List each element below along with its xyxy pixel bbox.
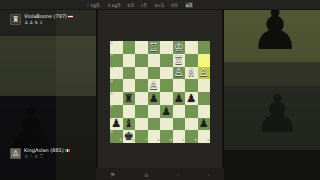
square[interactable]: ♙ [198, 67, 211, 80]
square[interactable]: c [173, 130, 186, 143]
rank-label: 8 [111, 131, 113, 135]
square[interactable] [185, 79, 198, 92]
white-piece: ♙ [149, 80, 159, 91]
black-piece: ♟ [149, 93, 159, 104]
square[interactable]: ♟ [173, 92, 186, 105]
square[interactable]: d [160, 130, 173, 143]
square[interactable] [135, 79, 148, 92]
square[interactable]: 8h [110, 130, 123, 143]
square[interactable] [135, 118, 148, 131]
square[interactable] [148, 67, 161, 80]
square[interactable]: ♟ [148, 92, 161, 105]
square[interactable]: ♟7 [110, 118, 123, 131]
move-token[interactable]: ♘xg5 [86, 2, 100, 8]
square[interactable] [135, 92, 148, 105]
background-square [56, 36, 96, 96]
white-piece: ♙ [174, 67, 184, 78]
square[interactable] [135, 67, 148, 80]
black-piece: ♜ [124, 93, 134, 104]
square[interactable] [148, 105, 161, 118]
toolbar-icon[interactable]: ⚑ [110, 171, 115, 178]
square[interactable] [185, 41, 198, 54]
square[interactable]: ♟ [198, 118, 211, 131]
square[interactable] [160, 118, 173, 131]
square[interactable]: ♔ [173, 41, 186, 54]
square[interactable] [135, 54, 148, 67]
move-token[interactable]: b3 [128, 2, 134, 8]
toolbar-icon[interactable]: › [207, 171, 209, 178]
background-square [224, 62, 320, 86]
square[interactable]: a [198, 130, 211, 143]
square[interactable]: 3 [110, 67, 123, 80]
square[interactable]: ♜ [123, 92, 136, 105]
left-seam-divider [96, 0, 98, 180]
square[interactable]: ♖ [173, 54, 186, 67]
toolbar-icon[interactable]: ≡ [144, 171, 149, 178]
square[interactable] [135, 41, 148, 54]
screenshot-stage: ♟ ♟♟ ♘xg5♗xg5b3c5♕c1b5a3 ♜ ViolaBoone (7… [0, 0, 320, 180]
square[interactable]: 1 [110, 41, 123, 54]
rank-label: 3 [111, 67, 113, 71]
square[interactable]: 5 [110, 92, 123, 105]
black-piece: ♟ [161, 106, 171, 117]
square[interactable] [148, 54, 161, 67]
rank-label: 5 [111, 93, 113, 97]
move-token[interactable]: ♗xg5 [107, 2, 121, 8]
toolbar-icon[interactable]: ‹ [177, 171, 179, 178]
background-square [56, 96, 96, 180]
right-seam-divider [222, 0, 224, 180]
background-pawn-icon: ♟ [250, 2, 300, 58]
white-piece: ♖ [174, 55, 184, 66]
square[interactable]: 6 [110, 105, 123, 118]
square[interactable]: ♙ [148, 79, 161, 92]
square[interactable]: ♙ [173, 67, 186, 80]
black-piece: ♟ [174, 93, 184, 104]
rank-label: 1 [111, 42, 113, 46]
square[interactable] [173, 105, 186, 118]
game-controls-toolbar: ⚑≡‹› [96, 168, 224, 180]
square[interactable]: ♝ [123, 118, 136, 131]
square[interactable] [173, 118, 186, 131]
white-piece: ♔ [174, 42, 184, 53]
square[interactable]: 4 [110, 79, 123, 92]
chess-board[interactable]: 1♖♔2♖3♙♗♙4♙5♜♟♟♟6♟♟7♝♟8h♚gfedcba [110, 41, 210, 143]
square[interactable] [185, 105, 198, 118]
black-piece: ♟ [111, 118, 121, 129]
square[interactable]: 2 [110, 54, 123, 67]
square[interactable] [123, 41, 136, 54]
move-list-strip: ♘xg5♗xg5b3c5♕c1b5a3 [0, 0, 320, 10]
rank-label: 6 [111, 105, 113, 109]
black-piece: ♟ [199, 118, 209, 129]
square[interactable] [185, 54, 198, 67]
move-token[interactable]: c5 [141, 2, 147, 8]
square[interactable] [123, 54, 136, 67]
square[interactable] [198, 41, 211, 54]
square[interactable] [185, 118, 198, 131]
square[interactable]: b [185, 130, 198, 143]
rank-label: 4 [111, 80, 113, 84]
move-token[interactable]: a3 [185, 2, 193, 8]
move-token[interactable]: b5 [171, 2, 177, 8]
square[interactable] [198, 79, 211, 92]
square[interactable] [160, 92, 173, 105]
square[interactable] [198, 105, 211, 118]
square[interactable]: ♟ [185, 92, 198, 105]
background-board-right: ♟♟ [224, 0, 320, 180]
square[interactable] [160, 54, 173, 67]
top-player-flag-icon [68, 15, 73, 18]
background-square [0, 36, 56, 96]
square[interactable] [198, 54, 211, 67]
rank-label: 7 [111, 118, 113, 122]
white-piece: ♗ [186, 67, 196, 78]
rank-label: 2 [111, 54, 113, 58]
square[interactable] [198, 92, 211, 105]
square[interactable]: f [135, 130, 148, 143]
square[interactable]: ♖ [148, 41, 161, 54]
black-piece: ♝ [124, 118, 134, 129]
square[interactable] [135, 105, 148, 118]
white-piece: ♙ [199, 67, 209, 78]
square[interactable] [160, 41, 173, 54]
square[interactable] [148, 118, 161, 131]
square[interactable]: ♚g [123, 130, 136, 143]
square[interactable] [160, 79, 173, 92]
square[interactable]: ♗ [185, 67, 198, 80]
square[interactable]: e [148, 130, 161, 143]
background-pawn-icon: ♟ [254, 88, 301, 140]
square[interactable] [123, 67, 136, 80]
bottom-player-flag-icon [65, 149, 70, 152]
white-piece: ♖ [149, 42, 159, 53]
square[interactable] [173, 79, 186, 92]
square[interactable] [160, 67, 173, 80]
square[interactable] [123, 79, 136, 92]
move-token[interactable]: ♕c1 [154, 2, 164, 8]
background-square [224, 150, 320, 180]
bottom-player-avatar[interactable]: ♙ [10, 148, 21, 159]
square[interactable]: ♟ [160, 105, 173, 118]
black-piece: ♟ [186, 93, 196, 104]
top-player-avatar[interactable]: ♜ [10, 14, 21, 25]
file-label: a [207, 139, 209, 143]
square[interactable] [123, 105, 136, 118]
